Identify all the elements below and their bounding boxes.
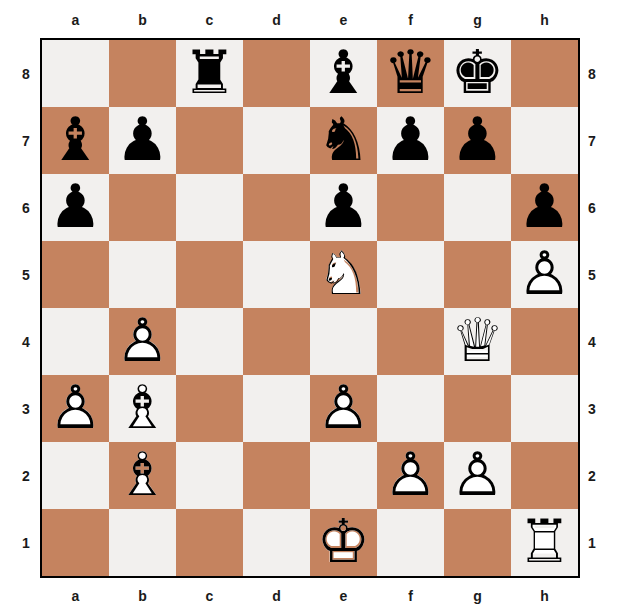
square-e3[interactable]: ♟♙ (310, 375, 377, 442)
white-piece-outline-glyph: ♙ (377, 443, 444, 503)
square-d5[interactable] (243, 241, 310, 308)
black-piece-glyph: ♞ (310, 108, 377, 168)
square-g4[interactable]: ♛♕ (444, 308, 511, 375)
square-f7[interactable]: ♟ (377, 107, 444, 174)
square-d6[interactable] (243, 174, 310, 241)
square-a6[interactable]: ♟ (42, 174, 109, 241)
square-f8[interactable]: ♛ (377, 40, 444, 107)
black-pawn-a6[interactable]: ♟ (42, 174, 109, 241)
square-c2[interactable] (176, 442, 243, 509)
square-b5[interactable] (109, 241, 176, 308)
rank-label-left-6: 6 (16, 174, 36, 241)
square-b2[interactable]: ♝♗ (109, 442, 176, 509)
square-c1[interactable] (176, 509, 243, 576)
rank-label-left-3: 3 (16, 375, 36, 442)
square-a7[interactable]: ♝ (42, 107, 109, 174)
file-label-top-h: h (511, 10, 578, 30)
square-g3[interactable] (444, 375, 511, 442)
file-label-top-f: f (377, 10, 444, 30)
white-pawn-g2[interactable]: ♟♙ (444, 442, 511, 509)
white-bishop-b2[interactable]: ♝♗ (109, 442, 176, 509)
rank-label-left-7: 7 (16, 107, 36, 174)
chess-diagram-page: abcdefgh abcdefgh 87654321 87654321 ♜♝♛♚… (0, 0, 618, 616)
rank-label-left-4: 4 (16, 308, 36, 375)
square-f1[interactable] (377, 509, 444, 576)
square-h1[interactable]: ♜♖ (511, 509, 578, 576)
square-f6[interactable] (377, 174, 444, 241)
rank-label-right-8: 8 (582, 40, 602, 107)
square-d2[interactable] (243, 442, 310, 509)
white-piece-outline-glyph: ♖ (511, 510, 578, 570)
square-b8[interactable] (109, 40, 176, 107)
square-e8[interactable]: ♝ (310, 40, 377, 107)
white-knight-e5[interactable]: ♞♘ (310, 241, 377, 308)
square-h2[interactable] (511, 442, 578, 509)
white-pawn-a3[interactable]: ♟♙ (42, 375, 109, 442)
white-queen-g4[interactable]: ♛♕ (444, 308, 511, 375)
square-g5[interactable] (444, 241, 511, 308)
square-g1[interactable] (444, 509, 511, 576)
square-a3[interactable]: ♟♙ (42, 375, 109, 442)
white-pawn-h5[interactable]: ♟♙ (511, 241, 578, 308)
black-pawn-g7[interactable]: ♟ (444, 107, 511, 174)
rank-labels-right: 87654321 (582, 40, 602, 576)
file-label-top-b: b (109, 10, 176, 30)
square-e1[interactable]: ♚♔ (310, 509, 377, 576)
file-label-top-c: c (176, 10, 243, 30)
square-e7[interactable]: ♞ (310, 107, 377, 174)
rank-labels-left: 87654321 (16, 40, 36, 576)
black-bishop-a7[interactable]: ♝ (42, 107, 109, 174)
white-bishop-b3[interactable]: ♝♗ (109, 375, 176, 442)
square-c5[interactable] (176, 241, 243, 308)
square-g2[interactable]: ♟♙ (444, 442, 511, 509)
file-label-bottom-e: e (310, 586, 377, 606)
square-c4[interactable] (176, 308, 243, 375)
black-piece-glyph: ♛ (377, 41, 444, 101)
file-label-bottom-h: h (511, 586, 578, 606)
white-piece-outline-glyph: ♙ (444, 443, 511, 503)
white-piece-outline-glyph: ♙ (310, 376, 377, 436)
square-b6[interactable] (109, 174, 176, 241)
rank-label-right-6: 6 (582, 174, 602, 241)
file-labels-bottom: abcdefgh (42, 586, 578, 606)
square-h8[interactable] (511, 40, 578, 107)
rank-label-right-5: 5 (582, 241, 602, 308)
square-a2[interactable] (42, 442, 109, 509)
black-piece-glyph: ♟ (310, 175, 377, 235)
file-label-bottom-d: d (243, 586, 310, 606)
black-rook-c8[interactable]: ♜ (176, 40, 243, 107)
white-pawn-b4[interactable]: ♟♙ (109, 308, 176, 375)
white-pawn-e3[interactable]: ♟♙ (310, 375, 377, 442)
file-label-bottom-b: b (109, 586, 176, 606)
rank-label-right-4: 4 (582, 308, 602, 375)
file-labels-top: abcdefgh (42, 10, 578, 30)
square-b7[interactable]: ♟ (109, 107, 176, 174)
black-pawn-f7[interactable]: ♟ (377, 107, 444, 174)
white-piece-outline-glyph: ♘ (310, 242, 377, 302)
black-pawn-e6[interactable]: ♟ (310, 174, 377, 241)
square-f5[interactable] (377, 241, 444, 308)
square-b3[interactable]: ♝♗ (109, 375, 176, 442)
file-label-top-e: e (310, 10, 377, 30)
file-label-top-a: a (42, 10, 109, 30)
white-piece-outline-glyph: ♙ (511, 242, 578, 302)
black-piece-glyph: ♝ (42, 108, 109, 168)
rank-label-left-1: 1 (16, 509, 36, 576)
black-knight-e7[interactable]: ♞ (310, 107, 377, 174)
square-e2[interactable] (310, 442, 377, 509)
black-piece-glyph: ♟ (377, 108, 444, 168)
white-piece-outline-glyph: ♗ (109, 376, 176, 436)
black-piece-glyph: ♟ (511, 175, 578, 235)
white-piece-outline-glyph: ♔ (310, 510, 377, 570)
square-g7[interactable]: ♟ (444, 107, 511, 174)
rank-label-left-5: 5 (16, 241, 36, 308)
white-rook-h1[interactable]: ♜♖ (511, 509, 578, 576)
square-g6[interactable] (444, 174, 511, 241)
square-f3[interactable] (377, 375, 444, 442)
square-d4[interactable] (243, 308, 310, 375)
file-label-bottom-c: c (176, 586, 243, 606)
white-king-e1[interactable]: ♚♔ (310, 509, 377, 576)
square-h6[interactable]: ♟ (511, 174, 578, 241)
rank-label-right-2: 2 (582, 442, 602, 509)
black-pawn-b7[interactable]: ♟ (109, 107, 176, 174)
square-d7[interactable] (243, 107, 310, 174)
rank-label-right-3: 3 (582, 375, 602, 442)
square-c6[interactable] (176, 174, 243, 241)
square-e4[interactable] (310, 308, 377, 375)
file-label-bottom-a: a (42, 586, 109, 606)
square-d3[interactable] (243, 375, 310, 442)
file-label-bottom-g: g (444, 586, 511, 606)
square-c7[interactable] (176, 107, 243, 174)
square-a1[interactable] (42, 509, 109, 576)
rank-label-left-8: 8 (16, 40, 36, 107)
black-piece-glyph: ♟ (42, 175, 109, 235)
chess-board: ♜♝♛♚♝♟♞♟♟♟♟♟♞♘♟♙♟♙♛♕♟♙♝♗♟♙♝♗♟♙♟♙♚♔♜♖ (40, 38, 580, 578)
white-piece-outline-glyph: ♗ (109, 443, 176, 503)
square-c8[interactable]: ♜ (176, 40, 243, 107)
black-queen-f8[interactable]: ♛ (377, 40, 444, 107)
square-f2[interactable]: ♟♙ (377, 442, 444, 509)
square-h5[interactable]: ♟♙ (511, 241, 578, 308)
square-h3[interactable] (511, 375, 578, 442)
white-piece-outline-glyph: ♙ (109, 309, 176, 369)
black-pawn-h6[interactable]: ♟ (511, 174, 578, 241)
square-f4[interactable] (377, 308, 444, 375)
black-piece-glyph: ♟ (444, 108, 511, 168)
square-a5[interactable] (42, 241, 109, 308)
square-a4[interactable] (42, 308, 109, 375)
file-label-bottom-f: f (377, 586, 444, 606)
white-piece-outline-glyph: ♙ (42, 376, 109, 436)
black-king-g8[interactable]: ♚ (444, 40, 511, 107)
rank-label-left-2: 2 (16, 442, 36, 509)
square-c3[interactable] (176, 375, 243, 442)
square-h4[interactable] (511, 308, 578, 375)
black-piece-glyph: ♜ (176, 41, 243, 101)
square-g8[interactable]: ♚ (444, 40, 511, 107)
white-piece-outline-glyph: ♕ (444, 309, 511, 369)
square-h7[interactable] (511, 107, 578, 174)
square-a8[interactable] (42, 40, 109, 107)
square-d8[interactable] (243, 40, 310, 107)
square-d1[interactable] (243, 509, 310, 576)
square-b1[interactable] (109, 509, 176, 576)
black-piece-glyph: ♟ (109, 108, 176, 168)
black-bishop-e8[interactable]: ♝ (310, 40, 377, 107)
rank-label-right-1: 1 (582, 509, 602, 576)
square-e5[interactable]: ♞♘ (310, 241, 377, 308)
black-piece-glyph: ♚ (444, 41, 511, 101)
rank-label-right-7: 7 (582, 107, 602, 174)
square-e6[interactable]: ♟ (310, 174, 377, 241)
square-b4[interactable]: ♟♙ (109, 308, 176, 375)
black-piece-glyph: ♝ (310, 41, 377, 101)
file-label-top-g: g (444, 10, 511, 30)
white-pawn-f2[interactable]: ♟♙ (377, 442, 444, 509)
file-label-top-d: d (243, 10, 310, 30)
